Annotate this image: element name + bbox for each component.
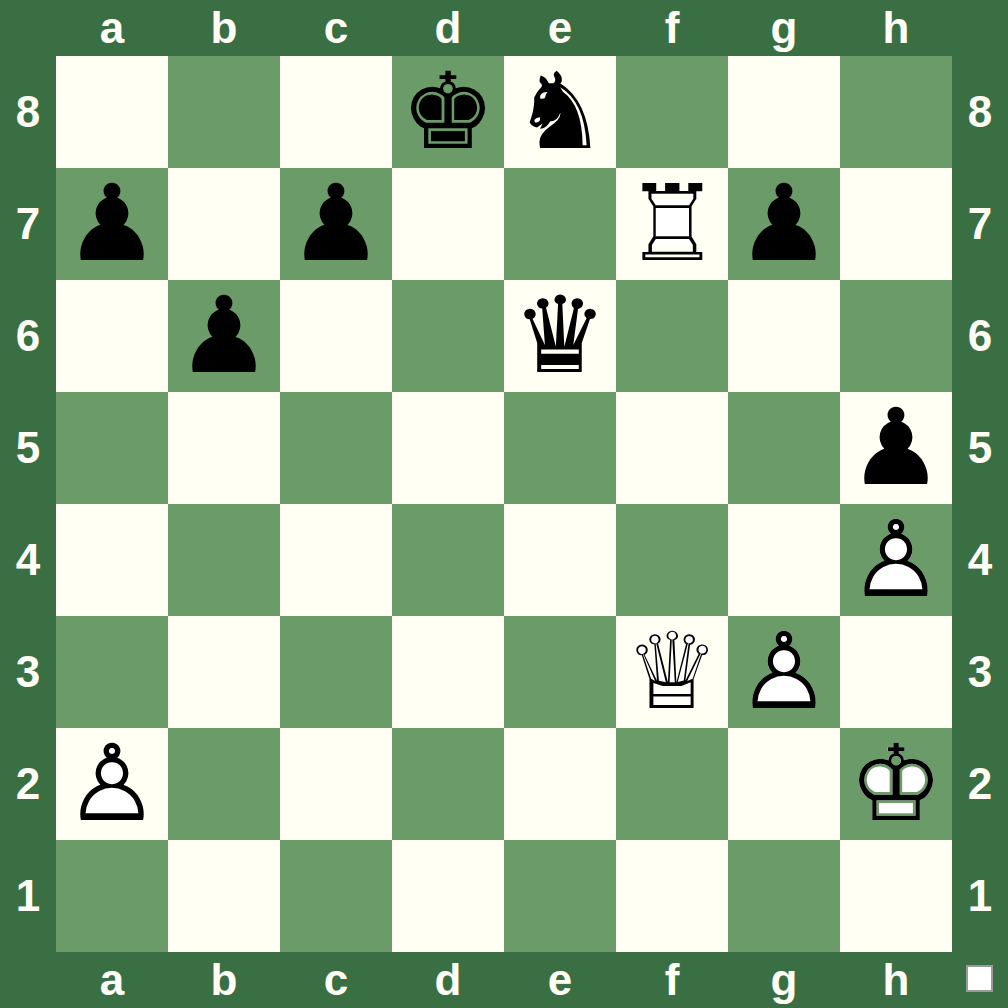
square-h8[interactable]: [840, 56, 952, 168]
square-f2[interactable]: [616, 728, 728, 840]
king-outline-layer: ♔: [840, 728, 952, 840]
square-g2[interactable]: [728, 728, 840, 840]
square-f3[interactable]: ♛♕: [616, 616, 728, 728]
square-d7[interactable]: [392, 168, 504, 280]
black-knight[interactable]: ♞: [504, 56, 616, 168]
square-f6[interactable]: [616, 280, 728, 392]
file-label-bottom-d: d: [392, 952, 504, 1008]
chessboard-diagram: abcdefgh 87654321 87654321 abcdefgh ♚♞♟♟…: [0, 0, 1008, 1008]
square-e6[interactable]: ♛: [504, 280, 616, 392]
square-f5[interactable]: [616, 392, 728, 504]
file-label-bottom-a: a: [56, 952, 168, 1008]
rank-label-left-2: 2: [0, 728, 56, 840]
board: ♚♞♟♟♜♖♟♟♛♟♟♙♛♕♟♙♟♙♚♔: [56, 56, 952, 952]
square-c8[interactable]: [280, 56, 392, 168]
square-c2[interactable]: [280, 728, 392, 840]
square-e2[interactable]: [504, 728, 616, 840]
rank-label-right-3: 3: [952, 616, 1008, 728]
file-label-top-a: a: [56, 0, 168, 56]
square-a2[interactable]: ♟♙: [56, 728, 168, 840]
black-pawn[interactable]: ♟: [168, 280, 280, 392]
rank-labels-left: 87654321: [0, 56, 56, 952]
rank-label-left-6: 6: [0, 280, 56, 392]
rank-labels-right: 87654321: [952, 56, 1008, 952]
white-pawn[interactable]: ♟♙: [728, 616, 840, 728]
square-a8[interactable]: [56, 56, 168, 168]
pawn-outline-layer: ♙: [56, 728, 168, 840]
rank-label-right-4: 4: [952, 504, 1008, 616]
square-b6[interactable]: ♟: [168, 280, 280, 392]
square-f8[interactable]: [616, 56, 728, 168]
square-f4[interactable]: [616, 504, 728, 616]
square-g3[interactable]: ♟♙: [728, 616, 840, 728]
square-e4[interactable]: [504, 504, 616, 616]
square-e5[interactable]: [504, 392, 616, 504]
square-a6[interactable]: [56, 280, 168, 392]
black-king[interactable]: ♚: [392, 56, 504, 168]
square-h7[interactable]: [840, 168, 952, 280]
square-g8[interactable]: [728, 56, 840, 168]
square-d3[interactable]: [392, 616, 504, 728]
rank-label-left-3: 3: [0, 616, 56, 728]
square-a4[interactable]: [56, 504, 168, 616]
square-c6[interactable]: [280, 280, 392, 392]
square-a1[interactable]: [56, 840, 168, 952]
queen-outline-layer: ♕: [616, 616, 728, 728]
pawn-outline-layer: ♙: [728, 616, 840, 728]
rank-label-right-8: 8: [952, 56, 1008, 168]
rank-label-right-5: 5: [952, 392, 1008, 504]
file-label-bottom-g: g: [728, 952, 840, 1008]
file-label-top-e: e: [504, 0, 616, 56]
white-king[interactable]: ♚♔: [840, 728, 952, 840]
square-b4[interactable]: [168, 504, 280, 616]
square-g5[interactable]: [728, 392, 840, 504]
square-h4[interactable]: ♟♙: [840, 504, 952, 616]
black-queen[interactable]: ♛: [504, 280, 616, 392]
square-g7[interactable]: ♟: [728, 168, 840, 280]
square-a7[interactable]: ♟: [56, 168, 168, 280]
square-c1[interactable]: [280, 840, 392, 952]
square-e8[interactable]: ♞: [504, 56, 616, 168]
file-label-bottom-b: b: [168, 952, 280, 1008]
square-b2[interactable]: [168, 728, 280, 840]
file-labels-bottom: abcdefgh: [56, 952, 952, 1008]
square-d2[interactable]: [392, 728, 504, 840]
square-d4[interactable]: [392, 504, 504, 616]
square-d6[interactable]: [392, 280, 504, 392]
black-pawn[interactable]: ♟: [840, 392, 952, 504]
white-pawn[interactable]: ♟♙: [56, 728, 168, 840]
square-b7[interactable]: [168, 168, 280, 280]
file-label-top-g: g: [728, 0, 840, 56]
square-c7[interactable]: ♟: [280, 168, 392, 280]
square-g1[interactable]: [728, 840, 840, 952]
white-queen[interactable]: ♛♕: [616, 616, 728, 728]
square-e3[interactable]: [504, 616, 616, 728]
square-d8[interactable]: ♚: [392, 56, 504, 168]
rank-label-right-2: 2: [952, 728, 1008, 840]
file-label-bottom-h: h: [840, 952, 952, 1008]
black-pawn[interactable]: ♟: [280, 168, 392, 280]
file-label-top-h: h: [840, 0, 952, 56]
square-g6[interactable]: [728, 280, 840, 392]
square-f1[interactable]: [616, 840, 728, 952]
square-h2[interactable]: ♚♔: [840, 728, 952, 840]
square-b3[interactable]: [168, 616, 280, 728]
square-h5[interactable]: ♟: [840, 392, 952, 504]
square-c5[interactable]: [280, 392, 392, 504]
rank-label-right-1: 1: [952, 840, 1008, 952]
file-label-bottom-f: f: [616, 952, 728, 1008]
white-rook[interactable]: ♜♖: [616, 168, 728, 280]
square-d1[interactable]: [392, 840, 504, 952]
file-label-top-c: c: [280, 0, 392, 56]
rook-outline-layer: ♖: [616, 168, 728, 280]
file-label-bottom-e: e: [504, 952, 616, 1008]
square-e1[interactable]: [504, 840, 616, 952]
square-d5[interactable]: [392, 392, 504, 504]
file-label-top-f: f: [616, 0, 728, 56]
file-label-bottom-c: c: [280, 952, 392, 1008]
rank-label-right-6: 6: [952, 280, 1008, 392]
square-g4[interactable]: [728, 504, 840, 616]
rank-label-right-7: 7: [952, 168, 1008, 280]
square-h6[interactable]: [840, 280, 952, 392]
rank-label-left-8: 8: [0, 56, 56, 168]
rank-label-left-7: 7: [0, 168, 56, 280]
pawn-outline-layer: ♙: [840, 504, 952, 616]
square-b1[interactable]: [168, 840, 280, 952]
square-c3[interactable]: [280, 616, 392, 728]
black-pawn[interactable]: ♟: [56, 168, 168, 280]
rank-label-left-5: 5: [0, 392, 56, 504]
square-h1[interactable]: [840, 840, 952, 952]
square-a5[interactable]: [56, 392, 168, 504]
file-labels-top: abcdefgh: [56, 0, 952, 56]
square-h3[interactable]: [840, 616, 952, 728]
square-b5[interactable]: [168, 392, 280, 504]
rank-label-left-1: 1: [0, 840, 56, 952]
white-pawn[interactable]: ♟♙: [840, 504, 952, 616]
rank-label-left-4: 4: [0, 504, 56, 616]
corner-logo-mark: [966, 965, 993, 992]
square-e7[interactable]: [504, 168, 616, 280]
black-pawn[interactable]: ♟: [728, 168, 840, 280]
square-f7[interactable]: ♜♖: [616, 168, 728, 280]
square-a3[interactable]: [56, 616, 168, 728]
file-label-top-d: d: [392, 0, 504, 56]
square-c4[interactable]: [280, 504, 392, 616]
file-label-top-b: b: [168, 0, 280, 56]
square-b8[interactable]: [168, 56, 280, 168]
